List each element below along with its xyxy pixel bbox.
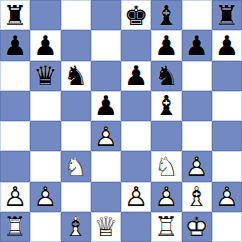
- white-piece-fill-glyph: ♟: [212, 182, 242, 212]
- square-c8[interactable]: [61, 0, 91, 30]
- white-piece-outline-glyph: ♕: [91, 212, 121, 242]
- white-piece-fill-glyph: ♟: [91, 121, 121, 151]
- square-g2[interactable]: ♝♗: [182, 182, 212, 212]
- white-piece-outline-glyph: ♙: [91, 121, 121, 151]
- piece-black-queen: ♛: [30, 61, 60, 91]
- piece-white-pawn: ♟♙: [121, 182, 151, 212]
- piece-black-bishop: ♝: [151, 0, 181, 30]
- square-g3[interactable]: ♟♙: [182, 151, 212, 181]
- square-d2[interactable]: [91, 182, 121, 212]
- black-piece-glyph: ♜: [0, 0, 30, 30]
- black-piece-glyph: ♟: [182, 30, 212, 60]
- square-h8[interactable]: ♜: [212, 0, 242, 30]
- piece-white-pawn: ♟♙: [0, 182, 30, 212]
- square-g6[interactable]: [182, 61, 212, 91]
- piece-black-pawn: ♟: [91, 91, 121, 121]
- piece-white-pawn: ♟♙: [30, 182, 60, 212]
- piece-white-king: ♚♔: [182, 212, 212, 242]
- white-piece-fill-glyph: ♟: [151, 182, 181, 212]
- piece-white-rook: ♜♖: [0, 212, 30, 242]
- square-a3[interactable]: [0, 151, 30, 181]
- black-piece-glyph: ♟: [0, 30, 30, 60]
- black-piece-glyph: ♟: [212, 30, 242, 60]
- square-h6[interactable]: [212, 61, 242, 91]
- square-h4[interactable]: [212, 121, 242, 151]
- square-f8[interactable]: ♝: [151, 0, 181, 30]
- square-b4[interactable]: [30, 121, 60, 151]
- square-d7[interactable]: [91, 30, 121, 60]
- white-piece-fill-glyph: ♛: [91, 212, 121, 242]
- square-g1[interactable]: ♚♔: [182, 212, 212, 242]
- white-piece-fill-glyph: ♜: [0, 212, 30, 242]
- black-piece-glyph: ♟: [151, 30, 181, 60]
- black-piece-glyph: ♝: [151, 91, 181, 121]
- square-c5[interactable]: [61, 91, 91, 121]
- chess-board: ♜♚♝♜♟♟♟♟♟♛♞♟♞♟♝♟♙♞♘♞♘♟♙♟♙♟♙♟♙♟♙♝♗♟♙♜♖♝♗♛…: [0, 0, 242, 242]
- square-f3[interactable]: ♞♘: [151, 151, 181, 181]
- square-c7[interactable]: [61, 30, 91, 60]
- piece-white-pawn: ♟♙: [182, 151, 212, 181]
- white-piece-outline-glyph: ♙: [151, 182, 181, 212]
- square-a7[interactable]: ♟: [0, 30, 30, 60]
- square-h1[interactable]: [212, 212, 242, 242]
- piece-black-bishop: ♝: [151, 91, 181, 121]
- white-piece-fill-glyph: ♟: [182, 151, 212, 181]
- piece-black-rook: ♜: [0, 0, 30, 30]
- white-piece-outline-glyph: ♘: [61, 151, 91, 181]
- square-f1[interactable]: ♜♖: [151, 212, 181, 242]
- white-piece-fill-glyph: ♞: [61, 151, 91, 181]
- square-c2[interactable]: [61, 182, 91, 212]
- piece-white-pawn: ♟♙: [91, 121, 121, 151]
- black-piece-glyph: ♛: [30, 61, 60, 91]
- piece-black-knight: ♞: [61, 61, 91, 91]
- piece-white-pawn: ♟♙: [151, 182, 181, 212]
- square-h3[interactable]: [212, 151, 242, 181]
- square-c3[interactable]: ♞♘: [61, 151, 91, 181]
- square-b3[interactable]: [30, 151, 60, 181]
- piece-black-rook: ♜: [212, 0, 242, 30]
- white-piece-outline-glyph: ♙: [30, 182, 60, 212]
- piece-white-queen: ♛♕: [91, 212, 121, 242]
- white-piece-outline-glyph: ♙: [121, 182, 151, 212]
- square-e8[interactable]: ♚: [121, 0, 151, 30]
- piece-white-knight: ♞♘: [61, 151, 91, 181]
- white-piece-outline-glyph: ♖: [0, 212, 30, 242]
- square-a2[interactable]: ♟♙: [0, 182, 30, 212]
- square-d3[interactable]: [91, 151, 121, 181]
- square-b8[interactable]: [30, 0, 60, 30]
- square-e3[interactable]: [121, 151, 151, 181]
- square-c6[interactable]: ♞: [61, 61, 91, 91]
- square-a6[interactable]: [0, 61, 30, 91]
- white-piece-outline-glyph: ♙: [212, 182, 242, 212]
- white-piece-fill-glyph: ♟: [121, 182, 151, 212]
- square-c1[interactable]: ♝♗: [61, 212, 91, 242]
- square-a8[interactable]: ♜: [0, 0, 30, 30]
- square-g5[interactable]: [182, 91, 212, 121]
- square-c4[interactable]: [61, 121, 91, 151]
- white-piece-fill-glyph: ♟: [0, 182, 30, 212]
- white-piece-outline-glyph: ♔: [182, 212, 212, 242]
- black-piece-glyph: ♞: [61, 61, 91, 91]
- square-d6[interactable]: [91, 61, 121, 91]
- square-h5[interactable]: [212, 91, 242, 121]
- square-a5[interactable]: [0, 91, 30, 121]
- white-piece-outline-glyph: ♗: [182, 182, 212, 212]
- square-e5[interactable]: [121, 91, 151, 121]
- white-piece-outline-glyph: ♖: [151, 212, 181, 242]
- black-piece-glyph: ♞: [151, 61, 181, 91]
- square-f2[interactable]: ♟♙: [151, 182, 181, 212]
- white-piece-outline-glyph: ♘: [151, 151, 181, 181]
- square-f6[interactable]: ♞: [151, 61, 181, 91]
- square-a1[interactable]: ♜♖: [0, 212, 30, 242]
- square-d8[interactable]: [91, 0, 121, 30]
- piece-black-king: ♚: [121, 0, 151, 30]
- square-e7[interactable]: [121, 30, 151, 60]
- square-b7[interactable]: ♟: [30, 30, 60, 60]
- black-piece-glyph: ♟: [30, 30, 60, 60]
- piece-white-knight: ♞♘: [151, 151, 181, 181]
- square-g7[interactable]: ♟: [182, 30, 212, 60]
- white-piece-fill-glyph: ♜: [151, 212, 181, 242]
- square-b6[interactable]: ♛: [30, 61, 60, 91]
- square-d4[interactable]: ♟♙: [91, 121, 121, 151]
- square-d1[interactable]: ♛♕: [91, 212, 121, 242]
- square-g8[interactable]: [182, 0, 212, 30]
- white-piece-fill-glyph: ♟: [30, 182, 60, 212]
- square-g4[interactable]: [182, 121, 212, 151]
- square-h7[interactable]: ♟: [212, 30, 242, 60]
- piece-black-knight: ♞: [151, 61, 181, 91]
- white-piece-fill-glyph: ♞: [151, 151, 181, 181]
- black-piece-glyph: ♟: [91, 91, 121, 121]
- black-piece-glyph: ♟: [121, 61, 151, 91]
- piece-black-pawn: ♟: [151, 30, 181, 60]
- black-piece-glyph: ♝: [151, 0, 181, 30]
- square-f5[interactable]: ♝: [151, 91, 181, 121]
- square-f7[interactable]: ♟: [151, 30, 181, 60]
- white-piece-fill-glyph: ♝: [182, 182, 212, 212]
- piece-white-pawn: ♟♙: [212, 182, 242, 212]
- square-b5[interactable]: [30, 91, 60, 121]
- white-piece-outline-glyph: ♗: [61, 212, 91, 242]
- square-f4[interactable]: [151, 121, 181, 151]
- piece-black-pawn: ♟: [0, 30, 30, 60]
- piece-white-bishop: ♝♗: [61, 212, 91, 242]
- piece-white-rook: ♜♖: [151, 212, 181, 242]
- square-e4[interactable]: [121, 121, 151, 151]
- square-e6[interactable]: ♟: [121, 61, 151, 91]
- square-e2[interactable]: ♟♙: [121, 182, 151, 212]
- square-b2[interactable]: ♟♙: [30, 182, 60, 212]
- white-piece-outline-glyph: ♙: [182, 151, 212, 181]
- white-piece-fill-glyph: ♝: [61, 212, 91, 242]
- white-piece-outline-glyph: ♙: [0, 182, 30, 212]
- piece-white-bishop: ♝♗: [182, 182, 212, 212]
- square-a4[interactable]: [0, 121, 30, 151]
- piece-black-pawn: ♟: [182, 30, 212, 60]
- piece-black-pawn: ♟: [121, 61, 151, 91]
- black-piece-glyph: ♜: [212, 0, 242, 30]
- square-b1[interactable]: [30, 212, 60, 242]
- white-piece-fill-glyph: ♚: [182, 212, 212, 242]
- black-piece-glyph: ♚: [121, 0, 151, 30]
- square-e1[interactable]: [121, 212, 151, 242]
- piece-black-pawn: ♟: [212, 30, 242, 60]
- piece-black-pawn: ♟: [30, 30, 60, 60]
- square-h2[interactable]: ♟♙: [212, 182, 242, 212]
- square-d5[interactable]: ♟: [91, 91, 121, 121]
